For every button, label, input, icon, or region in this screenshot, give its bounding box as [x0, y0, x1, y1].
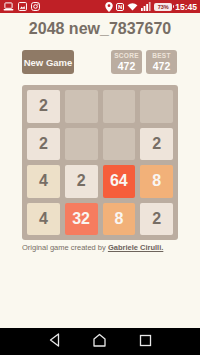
tile-32: 32 [65, 203, 98, 236]
empty-cell [140, 90, 173, 123]
location-pin-icon [105, 2, 113, 12]
home-icon [92, 333, 107, 350]
tile-8: 8 [140, 165, 173, 198]
status-bar: N 73% 15:45 [0, 0, 200, 13]
tile-2: 2 [27, 90, 60, 123]
tile-8: 8 [103, 203, 136, 236]
battery-icon: 73% [154, 3, 172, 11]
tile-2: 2 [140, 128, 173, 161]
nfc-icon: N [116, 3, 124, 11]
attribution-text: Original game created by [22, 243, 108, 252]
tile-64: 64 [103, 165, 136, 198]
attribution: Original game created by Gabriele Cirull… [22, 243, 192, 252]
tile-2: 2 [140, 203, 173, 236]
page-title: 2048 new_7837670 [0, 20, 200, 38]
tile-2: 2 [27, 128, 60, 161]
best-label: BEST [152, 52, 171, 59]
status-bar-clock: 15:45 [175, 2, 197, 12]
recents-icon [139, 334, 152, 350]
attribution-link[interactable]: Gabriele Cirulli. [108, 243, 163, 252]
app-screen: N 73% 15:45 2048 new_7837670 New Game SC… [0, 0, 200, 355]
wifi-icon [127, 2, 138, 11]
best-box: BEST 472 [146, 50, 177, 74]
laptop-icon [3, 2, 14, 11]
back-icon [48, 333, 61, 350]
score-value: 472 [118, 60, 136, 72]
back-button[interactable] [41, 328, 69, 355]
empty-cell [103, 90, 136, 123]
tile-4: 4 [27, 165, 60, 198]
empty-cell [103, 128, 136, 161]
recents-button[interactable] [131, 328, 159, 355]
new-game-button[interactable]: New Game [22, 50, 74, 74]
empty-cell [65, 90, 98, 123]
tile-4: 4 [27, 203, 60, 236]
empty-cell [65, 128, 98, 161]
screenshot-icon [18, 2, 27, 11]
score-box: SCORE 472 [111, 50, 142, 74]
board[interactable]: 2224264843282 [22, 85, 178, 240]
instagram-icon [31, 2, 40, 11]
navigation-bar [0, 328, 200, 355]
best-value: 472 [153, 60, 171, 72]
home-button[interactable] [86, 328, 114, 355]
battery-percent: 73% [158, 4, 169, 10]
tile-2: 2 [65, 165, 98, 198]
score-label: SCORE [114, 52, 139, 59]
signal-icon [141, 2, 151, 11]
